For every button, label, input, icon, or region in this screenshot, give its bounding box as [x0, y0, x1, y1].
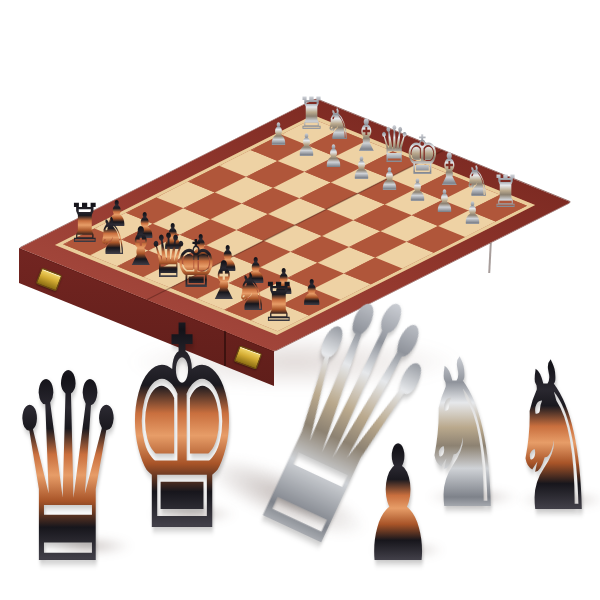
piece-silver-pawn: ♟ [378, 164, 400, 195]
piece-silver-pawn: ♟ [295, 130, 317, 161]
piece-silver-pawn: ♟ [323, 141, 345, 172]
piece-silver-pawn: ♟ [434, 186, 456, 217]
piece-dark-rook: ♜ [260, 276, 299, 330]
piece-silver-rook: ♜ [489, 170, 521, 214]
piece-silver-pawn: ♟ [462, 198, 484, 229]
foreground-piece-dark-pawn: ♟ [358, 425, 438, 585]
piece-silver-pawn: ♟ [351, 153, 373, 184]
chess-set-photo: ♜♞♝♛♚♝♞♜♟♟♟♟♟♟♟♟♟♟♟♟♟♟♟♟♜♞♝♛♚♝♞♜ ♛♚♛♟♞♞ [0, 0, 600, 600]
piece-silver-pawn: ♟ [406, 175, 428, 206]
foreground-piece-dark-knight: ♞ [504, 336, 600, 541]
piece-silver-pawn: ♟ [267, 119, 289, 150]
